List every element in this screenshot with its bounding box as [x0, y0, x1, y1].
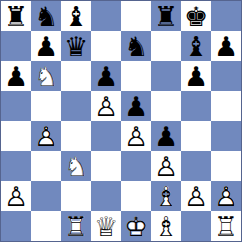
square-b6[interactable]: ♞♘	[31, 61, 61, 91]
black-pawn[interactable]: ♟	[121, 91, 151, 121]
square-h5[interactable]	[211, 91, 241, 121]
white-knight[interactable]: ♞♘	[31, 61, 61, 91]
square-g4[interactable]	[181, 121, 211, 151]
white-pawn[interactable]: ♟♙	[181, 181, 211, 211]
piece-outline-glyph: ♕	[91, 211, 121, 241]
square-h2[interactable]: ♟♙	[211, 181, 241, 211]
square-h7[interactable]: ♟	[211, 31, 241, 61]
square-a2[interactable]: ♟♙	[1, 181, 31, 211]
square-b4[interactable]: ♟♙	[31, 121, 61, 151]
square-f3[interactable]: ♟♙	[151, 151, 181, 181]
square-e2[interactable]	[121, 181, 151, 211]
square-c4[interactable]	[61, 121, 91, 151]
square-h8[interactable]	[211, 1, 241, 31]
white-bishop[interactable]: ♝♗	[151, 181, 181, 211]
piece-fill-glyph: ♞	[121, 31, 151, 61]
piece-fill-glyph: ♟	[151, 121, 181, 151]
black-bishop[interactable]: ♝	[61, 1, 91, 31]
square-g3[interactable]	[181, 151, 211, 181]
white-pawn[interactable]: ♟♙	[1, 181, 31, 211]
piece-fill-glyph: ♟	[91, 61, 121, 91]
square-g8[interactable]: ♚	[181, 1, 211, 31]
white-king[interactable]: ♚♔	[121, 211, 151, 241]
white-bishop[interactable]: ♝♗	[151, 211, 181, 241]
square-a1[interactable]	[1, 211, 31, 241]
white-pawn[interactable]: ♟♙	[31, 121, 61, 151]
piece-outline-glyph: ♙	[91, 91, 121, 121]
piece-fill-glyph: ♝	[61, 1, 91, 31]
square-d1[interactable]: ♛♕	[91, 211, 121, 241]
piece-fill-glyph: ♜	[151, 1, 181, 31]
square-f6[interactable]	[151, 61, 181, 91]
piece-outline-glyph: ♔	[121, 211, 151, 241]
black-knight[interactable]: ♞	[121, 31, 151, 61]
square-d8[interactable]	[91, 1, 121, 31]
piece-outline-glyph: ♗	[151, 181, 181, 211]
square-e4[interactable]: ♟♙	[121, 121, 151, 151]
square-c1[interactable]: ♜♖	[61, 211, 91, 241]
square-h4[interactable]	[211, 121, 241, 151]
square-b1[interactable]	[31, 211, 61, 241]
square-a3[interactable]	[1, 151, 31, 181]
square-a8[interactable]: ♜	[1, 1, 31, 31]
square-g6[interactable]: ♟	[181, 61, 211, 91]
black-pawn[interactable]: ♟	[151, 121, 181, 151]
square-h1[interactable]: ♜♖	[211, 211, 241, 241]
piece-fill-glyph: ♟	[121, 91, 151, 121]
square-g1[interactable]	[181, 211, 211, 241]
square-g5[interactable]	[181, 91, 211, 121]
black-pawn[interactable]: ♟	[1, 61, 31, 91]
square-e1[interactable]: ♚♔	[121, 211, 151, 241]
square-c3[interactable]: ♞♘	[61, 151, 91, 181]
black-pawn[interactable]: ♟	[211, 31, 241, 61]
white-pawn[interactable]: ♟♙	[121, 121, 151, 151]
piece-fill-glyph: ♞	[31, 1, 61, 31]
square-e6[interactable]	[121, 61, 151, 91]
piece-fill-glyph: ♟	[211, 31, 241, 61]
square-f7[interactable]	[151, 31, 181, 61]
black-queen[interactable]: ♛	[61, 31, 91, 61]
square-a5[interactable]	[1, 91, 31, 121]
square-c8[interactable]: ♝	[61, 1, 91, 31]
piece-outline-glyph: ♖	[61, 211, 91, 241]
square-g2[interactable]: ♟♙	[181, 181, 211, 211]
black-pawn[interactable]: ♟	[31, 31, 61, 61]
black-rook[interactable]: ♜	[151, 1, 181, 31]
chess-board-container: ♜♞♝♜♚♟♛♞♝♟♟♞♘♟♟♟♙♟♟♙♟♙♟♞♘♟♙♟♙♝♗♟♙♟♙♜♖♛♕♚…	[0, 0, 242, 242]
square-b7[interactable]: ♟	[31, 31, 61, 61]
square-f4[interactable]: ♟	[151, 121, 181, 151]
square-f2[interactable]: ♝♗	[151, 181, 181, 211]
piece-outline-glyph: ♘	[31, 61, 61, 91]
white-rook[interactable]: ♜♖	[61, 211, 91, 241]
piece-fill-glyph: ♟	[31, 31, 61, 61]
square-b8[interactable]: ♞	[31, 1, 61, 31]
square-d2[interactable]	[91, 181, 121, 211]
white-pawn[interactable]: ♟♙	[91, 91, 121, 121]
square-a6[interactable]: ♟	[1, 61, 31, 91]
square-d7[interactable]	[91, 31, 121, 61]
white-queen[interactable]: ♛♕	[91, 211, 121, 241]
piece-outline-glyph: ♙	[211, 181, 241, 211]
square-g7[interactable]: ♝	[181, 31, 211, 61]
square-b5[interactable]	[31, 91, 61, 121]
white-knight[interactable]: ♞♘	[61, 151, 91, 181]
piece-fill-glyph: ♟	[1, 61, 31, 91]
piece-outline-glyph: ♖	[211, 211, 241, 241]
square-b2[interactable]	[31, 181, 61, 211]
black-pawn[interactable]: ♟	[181, 61, 211, 91]
piece-outline-glyph: ♙	[1, 181, 31, 211]
square-e8[interactable]	[121, 1, 151, 31]
square-e5[interactable]: ♟	[121, 91, 151, 121]
square-e7[interactable]: ♞	[121, 31, 151, 61]
square-c6[interactable]	[61, 61, 91, 91]
square-d3[interactable]	[91, 151, 121, 181]
square-h6[interactable]	[211, 61, 241, 91]
square-f8[interactable]: ♜	[151, 1, 181, 31]
square-c2[interactable]	[61, 181, 91, 211]
black-king[interactable]: ♚	[181, 1, 211, 31]
square-c7[interactable]: ♛	[61, 31, 91, 61]
piece-fill-glyph: ♝	[181, 31, 211, 61]
square-f5[interactable]	[151, 91, 181, 121]
piece-outline-glyph: ♙	[31, 121, 61, 151]
square-f1[interactable]: ♝♗	[151, 211, 181, 241]
black-bishop[interactable]: ♝	[181, 31, 211, 61]
white-pawn[interactable]: ♟♙	[151, 151, 181, 181]
piece-outline-glyph: ♙	[121, 121, 151, 151]
piece-fill-glyph: ♚	[181, 1, 211, 31]
square-b3[interactable]	[31, 151, 61, 181]
piece-outline-glyph: ♗	[151, 211, 181, 241]
piece-fill-glyph: ♟	[181, 61, 211, 91]
square-h3[interactable]	[211, 151, 241, 181]
square-a7[interactable]	[1, 31, 31, 61]
chess-board: ♜♞♝♜♚♟♛♞♝♟♟♞♘♟♟♟♙♟♟♙♟♙♟♞♘♟♙♟♙♝♗♟♙♟♙♜♖♛♕♚…	[0, 0, 242, 242]
square-e3[interactable]	[121, 151, 151, 181]
square-c5[interactable]	[61, 91, 91, 121]
piece-fill-glyph: ♜	[1, 1, 31, 31]
piece-outline-glyph: ♙	[181, 181, 211, 211]
black-knight[interactable]: ♞	[31, 1, 61, 31]
square-a4[interactable]	[1, 121, 31, 151]
square-d5[interactable]: ♟♙	[91, 91, 121, 121]
black-rook[interactable]: ♜	[1, 1, 31, 31]
piece-fill-glyph: ♛	[61, 31, 91, 61]
square-d6[interactable]: ♟	[91, 61, 121, 91]
piece-outline-glyph: ♙	[151, 151, 181, 181]
square-d4[interactable]	[91, 121, 121, 151]
black-pawn[interactable]: ♟	[91, 61, 121, 91]
piece-outline-glyph: ♘	[61, 151, 91, 181]
white-rook[interactable]: ♜♖	[211, 211, 241, 241]
white-pawn[interactable]: ♟♙	[211, 181, 241, 211]
